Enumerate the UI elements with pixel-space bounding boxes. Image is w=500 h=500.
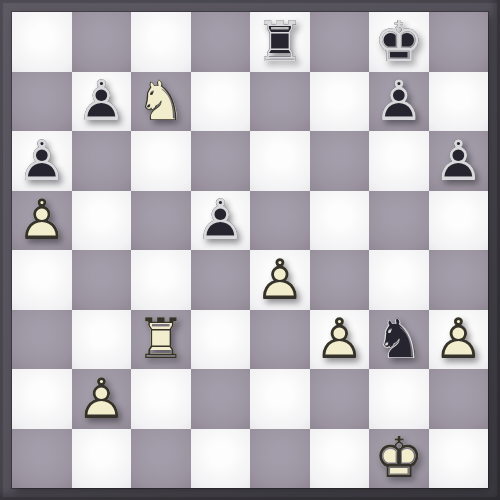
square-a3[interactable] (12, 310, 72, 370)
king-glyph-fill: ♚ (369, 429, 429, 489)
square-b8[interactable] (72, 12, 132, 72)
pawn-glyph-outline: ♙ (12, 191, 72, 251)
pawn-glyph-outline: ♙ (72, 369, 132, 429)
white-pawn: ♟♙ (310, 310, 370, 370)
square-h4[interactable] (429, 250, 489, 310)
square-h6[interactable]: ♟♙ (429, 131, 489, 191)
pawn-glyph-outline: ♙ (429, 131, 489, 191)
rook-glyph-fill: ♜ (131, 310, 191, 370)
pawn-glyph-fill: ♟ (369, 72, 429, 132)
square-c7[interactable]: ♞♘ (131, 72, 191, 132)
square-e4[interactable]: ♟♙ (250, 250, 310, 310)
square-f5[interactable] (310, 191, 370, 251)
square-a6[interactable]: ♟♙ (12, 131, 72, 191)
pawn-glyph-fill: ♟ (429, 310, 489, 370)
square-c8[interactable] (131, 12, 191, 72)
black-pawn: ♟♙ (12, 131, 72, 191)
square-g5[interactable] (369, 191, 429, 251)
square-g6[interactable] (369, 131, 429, 191)
pawn-glyph-fill: ♟ (12, 191, 72, 251)
board-frame: ♜♖♚♔♟♙♞♘♟♙♟♙♟♙♟♙♟♙♟♙♜♖♟♙♞♘♟♙♟♙♚♔ (0, 0, 500, 500)
square-a5[interactable]: ♟♙ (12, 191, 72, 251)
square-h3[interactable]: ♟♙ (429, 310, 489, 370)
board-grid: ♜♖♚♔♟♙♞♘♟♙♟♙♟♙♟♙♟♙♟♙♜♖♟♙♞♘♟♙♟♙♚♔ (12, 12, 488, 488)
square-d4[interactable] (191, 250, 251, 310)
black-king: ♚♔ (369, 12, 429, 72)
black-rook: ♜♖ (250, 12, 310, 72)
pawn-glyph-fill: ♟ (429, 131, 489, 191)
square-f3[interactable]: ♟♙ (310, 310, 370, 370)
square-b4[interactable] (72, 250, 132, 310)
square-b5[interactable] (72, 191, 132, 251)
square-f2[interactable] (310, 369, 370, 429)
pawn-glyph-fill: ♟ (72, 369, 132, 429)
square-d3[interactable] (191, 310, 251, 370)
square-d6[interactable] (191, 131, 251, 191)
white-pawn: ♟♙ (250, 250, 310, 310)
square-g8[interactable]: ♚♔ (369, 12, 429, 72)
square-f1[interactable] (310, 429, 370, 489)
square-f4[interactable] (310, 250, 370, 310)
square-a2[interactable] (12, 369, 72, 429)
square-c5[interactable] (131, 191, 191, 251)
white-pawn: ♟♙ (72, 369, 132, 429)
white-knight: ♞♘ (131, 72, 191, 132)
square-c6[interactable] (131, 131, 191, 191)
square-c2[interactable] (131, 369, 191, 429)
black-pawn: ♟♙ (191, 191, 251, 251)
pawn-glyph-outline: ♙ (72, 72, 132, 132)
square-b6[interactable] (72, 131, 132, 191)
black-pawn: ♟♙ (72, 72, 132, 132)
square-d2[interactable] (191, 369, 251, 429)
pawn-glyph-outline: ♙ (191, 191, 251, 251)
knight-glyph-outline: ♘ (131, 72, 191, 132)
pawn-glyph-outline: ♙ (12, 131, 72, 191)
knight-glyph-fill: ♞ (131, 72, 191, 132)
square-b3[interactable] (72, 310, 132, 370)
king-glyph-fill: ♚ (369, 12, 429, 72)
square-g2[interactable] (369, 369, 429, 429)
black-knight: ♞♘ (369, 310, 429, 370)
white-pawn: ♟♙ (12, 191, 72, 251)
square-g1[interactable]: ♚♔ (369, 429, 429, 489)
white-king: ♚♔ (369, 429, 429, 489)
square-c1[interactable] (131, 429, 191, 489)
pawn-glyph-outline: ♙ (429, 310, 489, 370)
square-d8[interactable] (191, 12, 251, 72)
knight-glyph-outline: ♘ (369, 310, 429, 370)
white-rook: ♜♖ (131, 310, 191, 370)
square-e5[interactable] (250, 191, 310, 251)
square-f7[interactable] (310, 72, 370, 132)
square-c3[interactable]: ♜♖ (131, 310, 191, 370)
pawn-glyph-fill: ♟ (191, 191, 251, 251)
square-g4[interactable] (369, 250, 429, 310)
rook-glyph-fill: ♜ (250, 12, 310, 72)
black-pawn: ♟♙ (369, 72, 429, 132)
square-b1[interactable] (72, 429, 132, 489)
knight-glyph-fill: ♞ (369, 310, 429, 370)
king-glyph-outline: ♔ (369, 429, 429, 489)
square-d1[interactable] (191, 429, 251, 489)
square-h1[interactable] (429, 429, 489, 489)
pawn-glyph-outline: ♙ (310, 310, 370, 370)
square-d7[interactable] (191, 72, 251, 132)
square-a4[interactable] (12, 250, 72, 310)
pawn-glyph-fill: ♟ (12, 131, 72, 191)
square-h2[interactable] (429, 369, 489, 429)
square-h8[interactable] (429, 12, 489, 72)
square-e1[interactable] (250, 429, 310, 489)
white-pawn: ♟♙ (429, 310, 489, 370)
square-a1[interactable] (12, 429, 72, 489)
pawn-glyph-outline: ♙ (369, 72, 429, 132)
square-a8[interactable] (12, 12, 72, 72)
square-a7[interactable] (12, 72, 72, 132)
square-b2[interactable]: ♟♙ (72, 369, 132, 429)
chessboard-screenshot: ♜♖♚♔♟♙♞♘♟♙♟♙♟♙♟♙♟♙♟♙♜♖♟♙♞♘♟♙♟♙♚♔ (0, 0, 500, 500)
square-f8[interactable] (310, 12, 370, 72)
square-e8[interactable]: ♜♖ (250, 12, 310, 72)
square-g7[interactable]: ♟♙ (369, 72, 429, 132)
pawn-glyph-fill: ♟ (250, 250, 310, 310)
square-f6[interactable] (310, 131, 370, 191)
square-g3[interactable]: ♞♘ (369, 310, 429, 370)
square-c4[interactable] (131, 250, 191, 310)
square-e6[interactable] (250, 131, 310, 191)
rook-glyph-outline: ♖ (131, 310, 191, 370)
square-d5[interactable]: ♟♙ (191, 191, 251, 251)
king-glyph-outline: ♔ (369, 12, 429, 72)
square-e7[interactable] (250, 72, 310, 132)
square-e2[interactable] (250, 369, 310, 429)
pawn-glyph-outline: ♙ (250, 250, 310, 310)
square-h5[interactable] (429, 191, 489, 251)
black-pawn: ♟♙ (429, 131, 489, 191)
square-b7[interactable]: ♟♙ (72, 72, 132, 132)
pawn-glyph-fill: ♟ (310, 310, 370, 370)
square-e3[interactable] (250, 310, 310, 370)
rook-glyph-outline: ♖ (250, 12, 310, 72)
pawn-glyph-fill: ♟ (72, 72, 132, 132)
square-h7[interactable] (429, 72, 489, 132)
